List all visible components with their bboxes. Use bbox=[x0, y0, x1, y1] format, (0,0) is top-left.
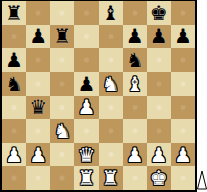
square-a6[interactable]: ♟ bbox=[2, 48, 26, 72]
square-h8[interactable] bbox=[171, 1, 195, 25]
square-a4[interactable] bbox=[2, 96, 26, 120]
square-f3[interactable] bbox=[123, 119, 147, 143]
square-a8[interactable]: ♜ bbox=[2, 1, 26, 25]
square-c4[interactable] bbox=[50, 96, 74, 120]
square-a7[interactable] bbox=[2, 25, 26, 49]
chess-app-window: ♜♝♚♟♜♟♟♟♟♞♞♟♞♝♛♟♞♟♟♛♟♟♟♜♜♚ bbox=[0, 0, 207, 192]
black-pawn: ♟ bbox=[29, 26, 47, 46]
square-g7[interactable]: ♟ bbox=[147, 25, 171, 49]
square-b6[interactable] bbox=[26, 48, 50, 72]
black-knight: ♞ bbox=[126, 50, 144, 70]
square-a5[interactable]: ♞ bbox=[2, 72, 26, 96]
square-d6[interactable] bbox=[74, 48, 98, 72]
black-king: ♚ bbox=[150, 3, 168, 23]
square-e4[interactable] bbox=[99, 96, 123, 120]
square-b1[interactable] bbox=[26, 166, 50, 190]
square-c7[interactable]: ♜ bbox=[50, 25, 74, 49]
up-triangle-icon bbox=[197, 170, 207, 190]
square-d1[interactable]: ♜ bbox=[74, 166, 98, 190]
square-f6[interactable]: ♞ bbox=[123, 48, 147, 72]
white-pawn: ♟ bbox=[77, 97, 95, 117]
square-b5[interactable] bbox=[26, 72, 50, 96]
square-d3[interactable] bbox=[74, 119, 98, 143]
square-b2[interactable]: ♟ bbox=[26, 143, 50, 167]
square-g1[interactable]: ♚ bbox=[147, 166, 171, 190]
square-b4[interactable]: ♛ bbox=[26, 96, 50, 120]
black-queen: ♛ bbox=[29, 97, 47, 117]
black-pawn: ♟ bbox=[126, 26, 144, 46]
white-knight: ♞ bbox=[102, 74, 120, 94]
white-rook: ♜ bbox=[77, 168, 95, 188]
square-e6[interactable] bbox=[99, 48, 123, 72]
square-c2[interactable] bbox=[50, 143, 74, 167]
black-rook: ♜ bbox=[53, 26, 71, 46]
square-d5[interactable]: ♟ bbox=[74, 72, 98, 96]
square-g4[interactable] bbox=[147, 96, 171, 120]
square-f8[interactable] bbox=[123, 1, 147, 25]
square-c1[interactable] bbox=[50, 166, 74, 190]
square-f4[interactable] bbox=[123, 96, 147, 120]
square-c6[interactable] bbox=[50, 48, 74, 72]
square-a3[interactable] bbox=[2, 119, 26, 143]
black-rook: ♜ bbox=[5, 3, 23, 23]
square-b7[interactable]: ♟ bbox=[26, 25, 50, 49]
square-f7[interactable]: ♟ bbox=[123, 25, 147, 49]
square-h2[interactable]: ♟ bbox=[171, 143, 195, 167]
square-g6[interactable] bbox=[147, 48, 171, 72]
white-pawn: ♟ bbox=[150, 145, 168, 165]
white-king: ♚ bbox=[150, 168, 168, 188]
white-pawn: ♟ bbox=[174, 145, 192, 165]
square-e7[interactable] bbox=[99, 25, 123, 49]
white-pawn: ♟ bbox=[126, 145, 144, 165]
square-g5[interactable] bbox=[147, 72, 171, 96]
square-b3[interactable] bbox=[26, 119, 50, 143]
black-bishop: ♝ bbox=[102, 3, 120, 23]
square-g2[interactable]: ♟ bbox=[147, 143, 171, 167]
square-h4[interactable] bbox=[171, 96, 195, 120]
square-c8[interactable] bbox=[50, 1, 74, 25]
square-f2[interactable]: ♟ bbox=[123, 143, 147, 167]
square-c3[interactable]: ♞ bbox=[50, 119, 74, 143]
square-h1[interactable] bbox=[171, 166, 195, 190]
square-e3[interactable] bbox=[99, 119, 123, 143]
white-rook: ♜ bbox=[102, 168, 120, 188]
square-b8[interactable] bbox=[26, 1, 50, 25]
black-pawn: ♟ bbox=[77, 74, 95, 94]
square-f1[interactable] bbox=[123, 166, 147, 190]
square-h5[interactable] bbox=[171, 72, 195, 96]
square-e2[interactable] bbox=[99, 143, 123, 167]
white-pawn: ♟ bbox=[5, 145, 23, 165]
square-a2[interactable]: ♟ bbox=[2, 143, 26, 167]
square-a1[interactable] bbox=[2, 166, 26, 190]
up-triangle-shape bbox=[198, 171, 207, 189]
black-pawn: ♟ bbox=[150, 26, 168, 46]
square-h3[interactable] bbox=[171, 119, 195, 143]
white-pawn: ♟ bbox=[29, 145, 47, 165]
black-pawn: ♟ bbox=[174, 26, 192, 46]
square-e1[interactable]: ♜ bbox=[99, 166, 123, 190]
side-panel bbox=[196, 0, 207, 192]
square-g3[interactable] bbox=[147, 119, 171, 143]
square-d8[interactable] bbox=[74, 1, 98, 25]
square-d7[interactable] bbox=[74, 25, 98, 49]
square-c5[interactable] bbox=[50, 72, 74, 96]
white-knight: ♞ bbox=[53, 121, 71, 141]
square-e8[interactable]: ♝ bbox=[99, 1, 123, 25]
square-d4[interactable]: ♟ bbox=[74, 96, 98, 120]
square-d2[interactable]: ♛ bbox=[74, 143, 98, 167]
square-h6[interactable] bbox=[171, 48, 195, 72]
chess-board: ♜♝♚♟♜♟♟♟♟♞♞♟♞♝♛♟♞♟♟♛♟♟♟♜♜♚ bbox=[0, 0, 196, 192]
black-pawn: ♟ bbox=[5, 50, 23, 70]
black-knight: ♞ bbox=[5, 74, 23, 94]
square-e5[interactable]: ♞ bbox=[99, 72, 123, 96]
square-h7[interactable]: ♟ bbox=[171, 25, 195, 49]
square-g8[interactable]: ♚ bbox=[147, 1, 171, 25]
white-bishop: ♝ bbox=[126, 74, 144, 94]
square-f5[interactable]: ♝ bbox=[123, 72, 147, 96]
white-queen: ♛ bbox=[77, 145, 95, 165]
